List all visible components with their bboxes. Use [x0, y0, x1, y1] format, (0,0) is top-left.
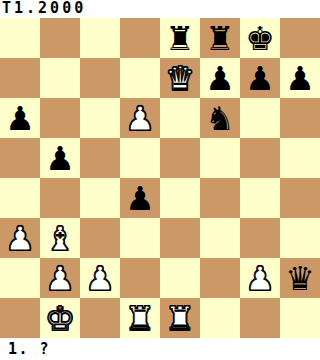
square-a6[interactable]: ♟: [0, 98, 40, 138]
square-h6[interactable]: [280, 98, 320, 138]
square-h5[interactable]: [280, 138, 320, 178]
square-a2[interactable]: [0, 258, 40, 298]
square-f5[interactable]: [200, 138, 240, 178]
square-d7[interactable]: [120, 58, 160, 98]
square-a4[interactable]: [0, 178, 40, 218]
white-bishop-icon: ♝: [45, 222, 75, 255]
square-g2[interactable]: ♟: [240, 258, 280, 298]
black-king-icon: ♚: [245, 22, 275, 55]
square-b6[interactable]: [40, 98, 80, 138]
square-f8[interactable]: ♜: [200, 18, 240, 58]
square-f6[interactable]: ♞: [200, 98, 240, 138]
square-e6[interactable]: [160, 98, 200, 138]
square-h3[interactable]: [280, 218, 320, 258]
square-c6[interactable]: [80, 98, 120, 138]
black-rook-icon: ♜: [165, 22, 195, 55]
square-e1[interactable]: ♜: [160, 298, 200, 338]
square-d5[interactable]: [120, 138, 160, 178]
square-h8[interactable]: [280, 18, 320, 58]
square-f2[interactable]: [200, 258, 240, 298]
square-h1[interactable]: [280, 298, 320, 338]
square-b7[interactable]: [40, 58, 80, 98]
square-a7[interactable]: [0, 58, 40, 98]
square-h4[interactable]: [280, 178, 320, 218]
square-c3[interactable]: [80, 218, 120, 258]
square-d8[interactable]: [120, 18, 160, 58]
square-e4[interactable]: [160, 178, 200, 218]
square-c5[interactable]: [80, 138, 120, 178]
black-pawn-icon: ♟: [5, 102, 35, 135]
square-b8[interactable]: [40, 18, 80, 58]
square-f4[interactable]: [200, 178, 240, 218]
white-pawn-icon: ♟: [85, 262, 115, 295]
white-pawn-icon: ♟: [245, 262, 275, 295]
black-queen-icon: ♛: [285, 262, 315, 295]
square-h2[interactable]: ♛: [280, 258, 320, 298]
square-g8[interactable]: ♚: [240, 18, 280, 58]
white-queen-icon: ♛: [165, 62, 195, 95]
square-d3[interactable]: [120, 218, 160, 258]
white-rook-icon: ♜: [125, 302, 155, 335]
white-king-icon: ♚: [45, 302, 75, 335]
square-f3[interactable]: [200, 218, 240, 258]
square-b5[interactable]: ♟: [40, 138, 80, 178]
black-pawn-icon: ♟: [285, 62, 315, 95]
square-h7[interactable]: ♟: [280, 58, 320, 98]
square-e8[interactable]: ♜: [160, 18, 200, 58]
square-g7[interactable]: ♟: [240, 58, 280, 98]
white-pawn-icon: ♟: [125, 102, 155, 135]
square-a5[interactable]: [0, 138, 40, 178]
square-c2[interactable]: ♟: [80, 258, 120, 298]
black-rook-icon: ♜: [205, 22, 235, 55]
square-b4[interactable]: [40, 178, 80, 218]
square-e7[interactable]: ♛: [160, 58, 200, 98]
white-pawn-icon: ♟: [5, 222, 35, 255]
square-d6[interactable]: ♟: [120, 98, 160, 138]
square-d4[interactable]: ♟: [120, 178, 160, 218]
square-e5[interactable]: [160, 138, 200, 178]
square-b3[interactable]: ♝: [40, 218, 80, 258]
black-pawn-icon: ♟: [45, 142, 75, 175]
square-a1[interactable]: [0, 298, 40, 338]
chess-puzzle-window: T1.2000 ♜♜♚♛♟♟♟♟♟♞♟♟♟♝♟♟♟♛♚♜♜ 1. ?: [0, 0, 320, 360]
square-c7[interactable]: [80, 58, 120, 98]
black-pawn-icon: ♟: [205, 62, 235, 95]
square-c4[interactable]: [80, 178, 120, 218]
square-g6[interactable]: [240, 98, 280, 138]
square-a8[interactable]: [0, 18, 40, 58]
square-e2[interactable]: [160, 258, 200, 298]
white-rook-icon: ♜: [165, 302, 195, 335]
square-d1[interactable]: ♜: [120, 298, 160, 338]
square-g1[interactable]: [240, 298, 280, 338]
square-b1[interactable]: ♚: [40, 298, 80, 338]
square-c8[interactable]: [80, 18, 120, 58]
black-knight-icon: ♞: [205, 102, 235, 135]
square-a3[interactable]: ♟: [0, 218, 40, 258]
square-e3[interactable]: [160, 218, 200, 258]
square-d2[interactable]: [120, 258, 160, 298]
square-b2[interactable]: ♟: [40, 258, 80, 298]
move-prompt: 1. ?: [0, 338, 320, 360]
square-c1[interactable]: [80, 298, 120, 338]
black-pawn-icon: ♟: [125, 182, 155, 215]
chess-board: ♜♜♚♛♟♟♟♟♟♞♟♟♟♝♟♟♟♛♚♜♜: [0, 18, 320, 338]
square-f7[interactable]: ♟: [200, 58, 240, 98]
black-pawn-icon: ♟: [245, 62, 275, 95]
square-g5[interactable]: [240, 138, 280, 178]
square-g4[interactable]: [240, 178, 280, 218]
square-g3[interactable]: [240, 218, 280, 258]
puzzle-title: T1.2000: [0, 0, 320, 18]
white-pawn-icon: ♟: [45, 262, 75, 295]
square-f1[interactable]: [200, 298, 240, 338]
